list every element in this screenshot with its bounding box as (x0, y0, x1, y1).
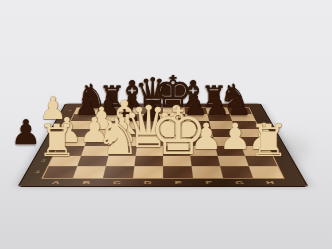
file-label-a: A (39, 180, 72, 185)
piece-white-king-e1[interactable]: ♚ (149, 99, 207, 164)
product-photo-scene: ABCDEFGH 12345678 ♜♞♚♜♛♞♟♟♟♟♟♟♝♝♟♟♟♟♟♟♟♟… (0, 0, 332, 249)
file-label-e: E (163, 180, 194, 185)
file-label-b: B (70, 180, 102, 185)
piece-white-rook-h1[interactable]: ♜ (249, 119, 288, 163)
square-b1[interactable] (73, 166, 106, 178)
file-label-g: G (224, 180, 256, 185)
square-c1[interactable] (103, 166, 134, 178)
square-a1[interactable] (43, 166, 77, 178)
rank-label-1: 1 (30, 170, 46, 174)
file-label-d: D (132, 180, 163, 185)
piece-white-knight-c1[interactable]: ♞ (95, 113, 140, 163)
square-h1[interactable] (249, 166, 283, 178)
file-label-c: C (101, 180, 133, 185)
file-label-h: H (254, 180, 287, 185)
piece-white-pawn-g2[interactable]: ♟ (219, 119, 251, 155)
file-label-f: F (193, 180, 225, 185)
square-g1[interactable] (220, 166, 253, 178)
piece-white-pawn-captured: ♟ (39, 93, 67, 124)
piece-black-pawn-captured: ♟ (11, 115, 41, 149)
